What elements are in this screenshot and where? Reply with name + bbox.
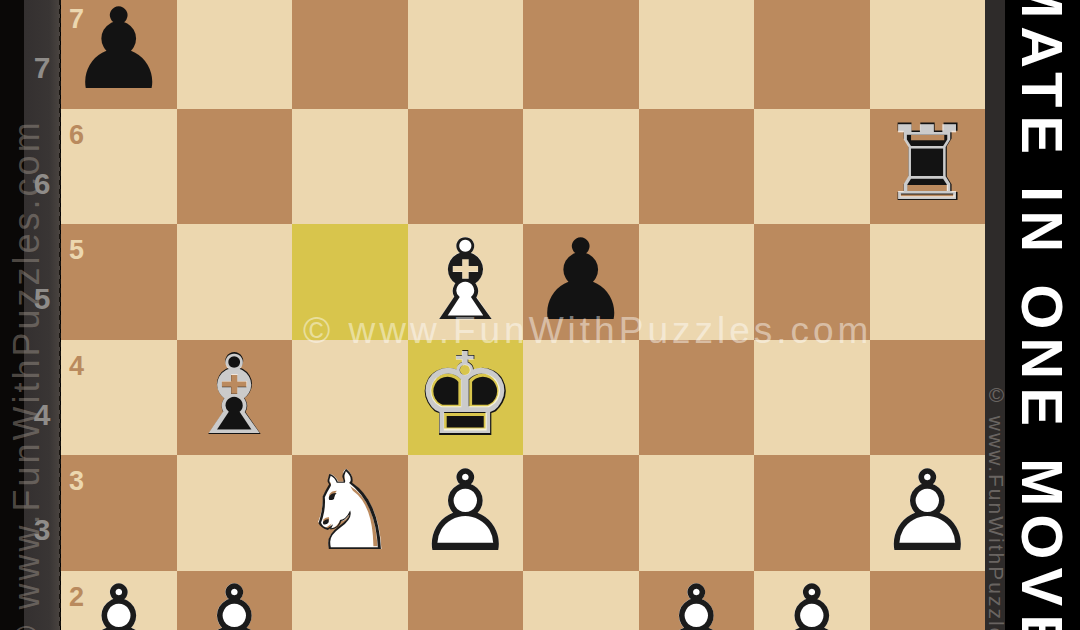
square-f4: [639, 340, 755, 456]
black-bishop: ♝♗: [177, 340, 293, 456]
piece-outline: ♙: [184, 570, 284, 630]
square-a6: 6: [61, 109, 177, 225]
square-d6: [408, 109, 524, 225]
white-pawn: ♟♙: [639, 571, 755, 630]
piece-outline: ♙: [762, 570, 862, 630]
square-e4: [523, 340, 639, 456]
piece-outline: ♙: [877, 455, 977, 567]
square-b2: ♟♙: [177, 571, 293, 630]
piece-outline: ♙: [69, 570, 169, 630]
piece-outline: ♔: [415, 339, 516, 452]
square-g4: [754, 340, 870, 456]
strip-rank-label-6: 6: [24, 169, 60, 199]
strip-rank-label-5: 5: [24, 284, 60, 314]
black-king: ♚♔: [408, 340, 524, 456]
white-pawn: ♟♙: [61, 571, 177, 630]
piece-outline: ♙: [646, 570, 746, 630]
black-rook: ♜♖: [870, 109, 986, 225]
page-root: 7♟6♜♖5♝♗♟4♝♗♚♔3♞♘♟♙♟♙2♟♙♟♙♟♙♟♙ © www.Fun…: [0, 0, 1080, 630]
square-d4: ♚♔: [408, 340, 524, 456]
square-h7: [870, 0, 986, 109]
strip-rank-label-4: 4: [24, 400, 60, 430]
square-f7: [639, 0, 755, 109]
square-d3: ♟♙: [408, 455, 524, 571]
piece-fill: ♟: [69, 0, 169, 105]
square-g7: [754, 0, 870, 109]
square-h6: ♜♖: [870, 109, 986, 225]
square-a5: 5: [61, 224, 177, 340]
square-g3: [754, 455, 870, 571]
square-e3: [523, 455, 639, 571]
strip-rank-label-7: 7: [24, 53, 60, 83]
square-a2: 2♟♙: [61, 571, 177, 630]
square-c7: [292, 0, 408, 109]
banner-text: MATE IN ONE MOVE: [1009, 0, 1076, 630]
strip-rank-label-3: 3: [24, 515, 60, 545]
coordinate-label-6: 6: [69, 122, 84, 149]
square-a3: 3: [61, 455, 177, 571]
white-pawn: ♟♙: [754, 571, 870, 630]
white-pawn: ♟♙: [177, 571, 293, 630]
square-c4: [292, 340, 408, 456]
black-pawn: ♟: [61, 0, 177, 109]
square-g6: [754, 109, 870, 225]
coordinate-label-5: 5: [69, 237, 84, 264]
mate-in-one-banner: MATE IN ONE MOVE: [1005, 0, 1080, 630]
white-pawn: ♟♙: [870, 455, 986, 571]
piece-outline: ♙: [415, 455, 515, 567]
center-watermark: © www.FunWithPuzzles.com: [303, 310, 872, 352]
square-f2: ♟♙: [639, 571, 755, 630]
square-f3: [639, 455, 755, 571]
square-b4: ♝♗: [177, 340, 293, 456]
square-b6: [177, 109, 293, 225]
coordinate-label-3: 3: [69, 468, 84, 495]
square-h3: ♟♙: [870, 455, 986, 571]
piece-outline: ♖: [881, 113, 973, 216]
square-b5: [177, 224, 293, 340]
square-a7: 7♟: [61, 0, 177, 109]
square-h5: [870, 224, 986, 340]
square-g2: ♟♙: [754, 571, 870, 630]
coordinate-label-4: 4: [69, 353, 84, 380]
square-e2: [523, 571, 639, 630]
square-e6: [523, 109, 639, 225]
piece-outline: ♘: [300, 456, 399, 566]
square-h2: [870, 571, 986, 630]
white-pawn: ♟♙: [408, 455, 524, 571]
square-f6: [639, 109, 755, 225]
square-c6: [292, 109, 408, 225]
square-b3: [177, 455, 293, 571]
square-d2: [408, 571, 524, 630]
square-d7: [408, 0, 524, 109]
square-e7: [523, 0, 639, 109]
square-b7: [177, 0, 293, 109]
white-knight: ♞♘: [292, 455, 408, 571]
square-h4: [870, 340, 986, 456]
square-c2: [292, 571, 408, 630]
square-a4: 4: [61, 340, 177, 456]
square-c3: ♞♘: [292, 455, 408, 571]
piece-outline: ♗: [186, 341, 283, 450]
